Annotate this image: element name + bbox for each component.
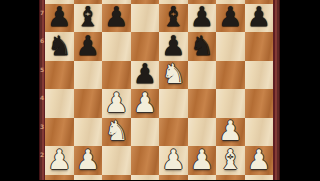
square-d3[interactable]: [131, 118, 160, 147]
piece-black-bishop: ♝: [76, 3, 100, 30]
piece-white-pawn: ♟: [161, 146, 185, 173]
square-d5[interactable]: ♟: [131, 61, 160, 90]
chess-board: ♜♛♜♚♟♝♟♝♟♟♟♞♟♟♞♟♞♟♟♞♟♟♟♟♟♝♟: [45, 0, 273, 180]
piece-white-pawn: ♟: [47, 146, 71, 173]
piece-black-knight: ♞: [47, 32, 71, 59]
piece-white-knight: ♞: [161, 60, 185, 87]
square-a3[interactable]: [45, 118, 74, 147]
piece-black-pawn: ♟: [190, 3, 214, 30]
piece-white-pawn: ♟: [76, 146, 100, 173]
square-f6[interactable]: ♞: [188, 32, 217, 61]
square-e6[interactable]: ♟: [159, 32, 188, 61]
square-f3[interactable]: [188, 118, 217, 147]
piece-black-pawn: ♟: [47, 3, 71, 30]
square-c6[interactable]: [102, 32, 131, 61]
square-b4[interactable]: [74, 89, 103, 118]
square-a7[interactable]: ♟: [45, 4, 74, 33]
piece-white-pawn: ♟: [247, 146, 271, 173]
square-f4[interactable]: [188, 89, 217, 118]
piece-white-pawn: ♟: [104, 89, 128, 116]
square-d4[interactable]: ♟: [131, 89, 160, 118]
square-g2[interactable]: ♝: [216, 146, 245, 175]
square-c3[interactable]: ♞: [102, 118, 131, 147]
piece-white-bishop: ♝: [218, 146, 242, 173]
piece-black-pawn: ♟: [76, 32, 100, 59]
square-f5[interactable]: [188, 61, 217, 90]
rank-label-6: 6: [39, 37, 45, 45]
square-d2[interactable]: [131, 146, 160, 175]
square-a6[interactable]: ♞: [45, 32, 74, 61]
square-c5[interactable]: [102, 61, 131, 90]
square-b5[interactable]: [74, 61, 103, 90]
square-e7[interactable]: ♝: [159, 4, 188, 33]
square-h5[interactable]: [245, 61, 274, 90]
square-h6[interactable]: [245, 32, 274, 61]
square-f2[interactable]: ♟: [188, 146, 217, 175]
piece-black-pawn: ♟: [104, 3, 128, 30]
piece-black-pawn: ♟: [161, 32, 185, 59]
square-h7[interactable]: ♟: [245, 4, 274, 33]
square-a2[interactable]: ♟: [45, 146, 74, 175]
rank-label-7: 7: [39, 9, 45, 17]
square-g6[interactable]: [216, 32, 245, 61]
piece-black-bishop: ♝: [161, 3, 185, 30]
square-e4[interactable]: [159, 89, 188, 118]
chess-diagram: ♜♛♜♚♟♝♟♝♟♟♟♞♟♟♞♟♞♟♟♞♟♟♟♟♟♝♟ 765432: [0, 0, 320, 180]
square-c2[interactable]: [102, 146, 131, 175]
square-g5[interactable]: [216, 61, 245, 90]
square-b7[interactable]: ♝: [74, 4, 103, 33]
square-g7[interactable]: ♟: [216, 4, 245, 33]
square-d7[interactable]: [131, 4, 160, 33]
piece-black-pawn: ♟: [247, 3, 271, 30]
piece-white-pawn: ♟: [133, 89, 157, 116]
square-c4[interactable]: ♟: [102, 89, 131, 118]
square-h1[interactable]: [245, 175, 274, 181]
rank-label-5: 5: [39, 66, 45, 74]
square-e5[interactable]: ♞: [159, 61, 188, 90]
square-b1[interactable]: [74, 175, 103, 181]
square-d6[interactable]: [131, 32, 160, 61]
square-g4[interactable]: [216, 89, 245, 118]
square-a4[interactable]: [45, 89, 74, 118]
square-c7[interactable]: ♟: [102, 4, 131, 33]
square-h4[interactable]: [245, 89, 274, 118]
rank-label-2: 2: [39, 151, 45, 159]
square-f7[interactable]: ♟: [188, 4, 217, 33]
square-a1[interactable]: [45, 175, 74, 181]
piece-white-knight: ♞: [104, 117, 128, 144]
piece-white-pawn: ♟: [190, 146, 214, 173]
square-h2[interactable]: ♟: [245, 146, 274, 175]
square-f1[interactable]: [188, 175, 217, 181]
square-h3[interactable]: [245, 118, 274, 147]
square-c1[interactable]: [102, 175, 131, 181]
square-d1[interactable]: [131, 175, 160, 181]
square-b3[interactable]: [74, 118, 103, 147]
rank-label-4: 4: [39, 94, 45, 102]
square-a5[interactable]: [45, 61, 74, 90]
rank-label-3: 3: [39, 123, 45, 131]
piece-black-queen: ♛: [133, 0, 157, 2]
square-e3[interactable]: [159, 118, 188, 147]
piece-black-pawn: ♟: [133, 60, 157, 87]
square-g1[interactable]: [216, 175, 245, 181]
piece-black-pawn: ♟: [218, 3, 242, 30]
piece-white-pawn: ♟: [218, 117, 242, 144]
piece-black-knight: ♞: [190, 32, 214, 59]
square-b6[interactable]: ♟: [74, 32, 103, 61]
square-e1[interactable]: [159, 175, 188, 181]
square-e2[interactable]: ♟: [159, 146, 188, 175]
square-b2[interactable]: ♟: [74, 146, 103, 175]
square-g3[interactable]: ♟: [216, 118, 245, 147]
